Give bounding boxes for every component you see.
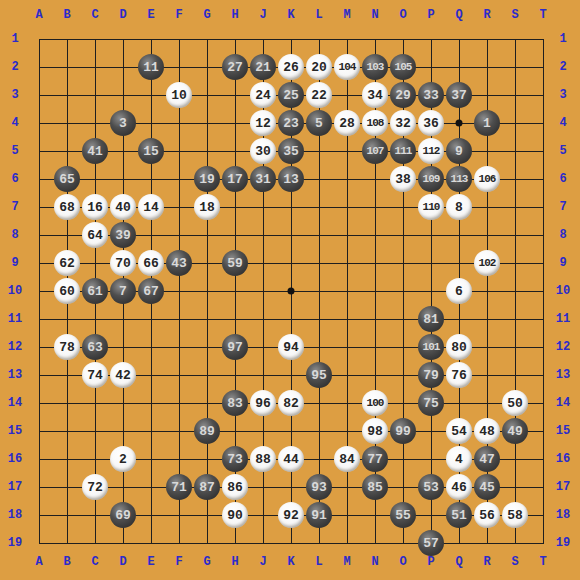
coord-label-bottom-Q: Q <box>455 556 462 568</box>
coord-label-left-5: 5 <box>11 145 18 157</box>
coord-label-top-O: O <box>399 9 406 21</box>
coord-label-right-16: 16 <box>556 453 570 465</box>
coord-label-top-A: A <box>35 9 42 21</box>
coord-label-top-G: G <box>203 9 210 21</box>
coord-label-top-K: K <box>287 9 294 21</box>
coord-label-right-3: 3 <box>559 89 566 101</box>
coord-label-top-H: H <box>231 9 238 21</box>
coord-label-left-17: 17 <box>8 481 22 493</box>
coord-label-right-10: 10 <box>556 285 570 297</box>
coord-label-right-9: 9 <box>559 257 566 269</box>
coord-label-top-C: C <box>91 9 98 21</box>
coord-label-bottom-K: K <box>287 556 294 568</box>
coord-label-bottom-T: T <box>539 556 546 568</box>
coord-label-bottom-N: N <box>371 556 378 568</box>
coord-label-top-R: R <box>483 9 490 21</box>
coord-label-top-N: N <box>371 9 378 21</box>
coord-label-bottom-C: C <box>91 556 98 568</box>
coord-label-bottom-P: P <box>427 556 434 568</box>
goban[interactable]: 1234567891011121314151617181920212223242… <box>0 0 580 580</box>
coord-label-left-2: 2 <box>11 61 18 73</box>
coord-label-bottom-L: L <box>315 556 322 568</box>
coord-label-left-18: 18 <box>8 509 22 521</box>
coord-label-top-P: P <box>427 9 434 21</box>
coord-label-right-14: 14 <box>556 397 570 409</box>
coord-label-left-11: 11 <box>8 313 22 325</box>
coord-label-top-B: B <box>63 9 70 21</box>
coord-label-right-7: 7 <box>559 201 566 213</box>
coord-label-bottom-F: F <box>175 556 182 568</box>
coord-label-bottom-D: D <box>119 556 126 568</box>
coord-label-right-5: 5 <box>559 145 566 157</box>
coord-label-right-15: 15 <box>556 425 570 437</box>
coord-label-top-Q: Q <box>455 9 462 21</box>
coord-label-left-1: 1 <box>11 33 18 45</box>
coord-label-right-6: 6 <box>559 173 566 185</box>
coord-label-left-3: 3 <box>11 89 18 101</box>
coord-label-left-7: 7 <box>11 201 18 213</box>
coord-label-right-17: 17 <box>556 481 570 493</box>
coordinate-labels: AABBCCDDEEFFGGHHJJKKLLMMNNOOPPQQRRSSTT11… <box>0 0 580 580</box>
coord-label-right-1: 1 <box>559 33 566 45</box>
coord-label-left-10: 10 <box>8 285 22 297</box>
coord-label-right-2: 2 <box>559 61 566 73</box>
coord-label-top-F: F <box>175 9 182 21</box>
coord-label-top-J: J <box>259 9 266 21</box>
coord-label-right-19: 19 <box>556 537 570 549</box>
coord-label-top-D: D <box>119 9 126 21</box>
coord-label-bottom-J: J <box>259 556 266 568</box>
coord-label-left-19: 19 <box>8 537 22 549</box>
coord-label-left-13: 13 <box>8 369 22 381</box>
coord-label-bottom-A: A <box>35 556 42 568</box>
coord-label-right-12: 12 <box>556 341 570 353</box>
coord-label-bottom-O: O <box>399 556 406 568</box>
coord-label-right-8: 8 <box>559 229 566 241</box>
coord-label-bottom-M: M <box>343 556 350 568</box>
coord-label-bottom-R: R <box>483 556 490 568</box>
coord-label-right-13: 13 <box>556 369 570 381</box>
coord-label-left-15: 15 <box>8 425 22 437</box>
coord-label-right-18: 18 <box>556 509 570 521</box>
coord-label-left-12: 12 <box>8 341 22 353</box>
coord-label-left-9: 9 <box>11 257 18 269</box>
coord-label-top-E: E <box>147 9 154 21</box>
coord-label-bottom-E: E <box>147 556 154 568</box>
coord-label-left-6: 6 <box>11 173 18 185</box>
coord-label-top-S: S <box>511 9 518 21</box>
coord-label-top-T: T <box>539 9 546 21</box>
coord-label-left-8: 8 <box>11 229 18 241</box>
coord-label-left-4: 4 <box>11 117 18 129</box>
coord-label-right-11: 11 <box>556 313 570 325</box>
coord-label-top-L: L <box>315 9 322 21</box>
coord-label-bottom-S: S <box>511 556 518 568</box>
coord-label-top-M: M <box>343 9 350 21</box>
coord-label-right-4: 4 <box>559 117 566 129</box>
coord-label-left-14: 14 <box>8 397 22 409</box>
coord-label-bottom-H: H <box>231 556 238 568</box>
coord-label-left-16: 16 <box>8 453 22 465</box>
coord-label-bottom-G: G <box>203 556 210 568</box>
coord-label-bottom-B: B <box>63 556 70 568</box>
